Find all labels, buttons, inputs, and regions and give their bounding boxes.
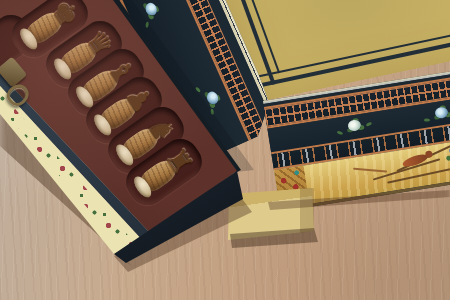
blue-rose bbox=[144, 1, 159, 17]
leaf bbox=[424, 119, 430, 122]
leaf bbox=[366, 122, 373, 127]
bird-tail bbox=[353, 168, 387, 172]
blue-rose bbox=[434, 106, 449, 119]
blue-rose bbox=[205, 90, 220, 106]
chess-set-photo: ♚ ♛ ♝ ♟ bbox=[0, 0, 450, 300]
leaf bbox=[337, 131, 344, 136]
branch bbox=[387, 165, 450, 183]
bird-head bbox=[425, 150, 433, 158]
leaf bbox=[446, 155, 450, 161]
white-rose bbox=[347, 119, 362, 132]
